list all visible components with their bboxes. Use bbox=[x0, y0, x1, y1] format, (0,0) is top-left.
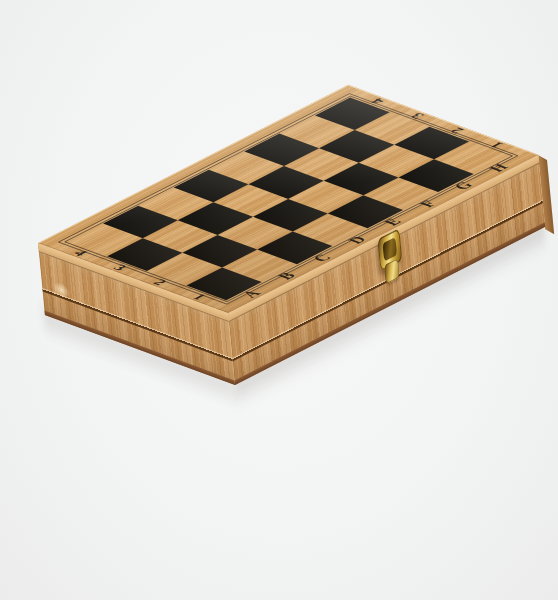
brass-clasp-latch bbox=[377, 228, 403, 286]
latch-hook-slot bbox=[383, 237, 398, 262]
product-photo: ABCDEFGH43214321 bbox=[0, 0, 558, 600]
